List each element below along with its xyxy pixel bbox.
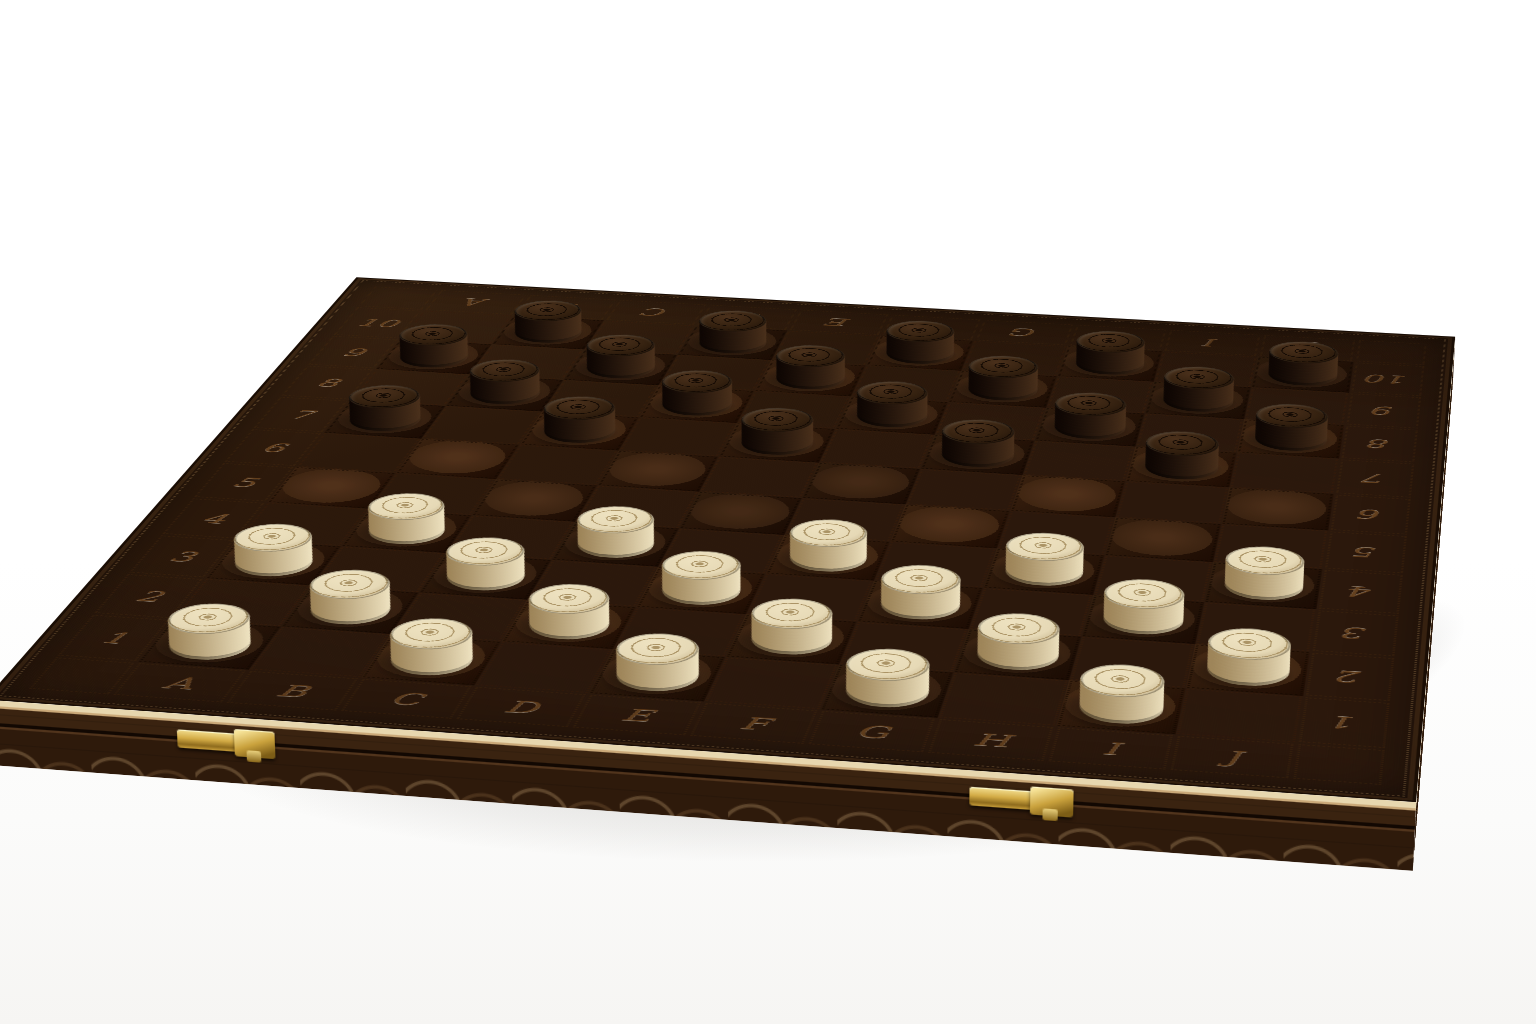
file-label-bottom-d-text: D bbox=[501, 696, 542, 717]
file-label-bottom-a-text: A bbox=[160, 673, 201, 693]
rank-label-right-2: 2 bbox=[1303, 652, 1396, 703]
file-label-top-d-text: D bbox=[732, 311, 763, 324]
rank-label-right-3: 3 bbox=[1310, 609, 1401, 657]
square-i5[interactable] bbox=[1105, 517, 1222, 562]
rank-label-right-7: 7 bbox=[1334, 459, 1417, 499]
square-g6[interactable] bbox=[906, 469, 1023, 511]
rank-label-right-9: 9 bbox=[1344, 393, 1423, 430]
file-label-bottom-h-text: H bbox=[971, 729, 1011, 751]
rank-label-left-3-text: 3 bbox=[165, 548, 200, 565]
square-f6[interactable] bbox=[802, 463, 920, 505]
file-label-top-g-text: G bbox=[1010, 326, 1039, 339]
file-label-top-b-text: B bbox=[551, 301, 581, 313]
square-b1[interactable] bbox=[249, 627, 391, 678]
file-label-bottom-g-text: G bbox=[853, 721, 891, 742]
file-label-bottom-j-text: J bbox=[1223, 746, 1242, 767]
square-d1[interactable] bbox=[474, 642, 613, 694]
rank-label-right-5-text: 5 bbox=[1354, 544, 1378, 561]
file-label-bottom-c-text: C bbox=[386, 688, 427, 708]
square-i6[interactable] bbox=[1115, 481, 1229, 524]
file-label-bottom-b-text: B bbox=[273, 680, 313, 700]
latch-pin bbox=[1043, 808, 1058, 821]
square-h1[interactable] bbox=[938, 672, 1069, 726]
rank-label-left-2-text: 2 bbox=[131, 587, 167, 605]
rank-label-right-3-text: 3 bbox=[1343, 624, 1369, 643]
corner-cell bbox=[1291, 743, 1388, 786]
rank-label-right-8-text: 8 bbox=[1369, 436, 1392, 451]
rank-label-right-6-text: 6 bbox=[1359, 506, 1383, 522]
rank-label-right-10-text: 10 bbox=[1367, 372, 1410, 387]
rank-label-left-5-text: 5 bbox=[228, 474, 261, 490]
file-label-top-j-text: J bbox=[1301, 342, 1315, 355]
rank-label-right-2-text: 2 bbox=[1337, 667, 1363, 687]
file-label-top-f-text: F bbox=[919, 321, 945, 334]
rank-label-left-8-text: 8 bbox=[313, 376, 343, 390]
rank-label-right-4-text: 4 bbox=[1349, 583, 1374, 601]
file-label-bottom-f-text: F bbox=[737, 713, 772, 734]
square-g5[interactable] bbox=[890, 504, 1010, 548]
scene: ABCDEFGHIJ1010998877665544332211ABCDEFGH… bbox=[0, 0, 1536, 1024]
rank-label-right-7-text: 7 bbox=[1364, 471, 1387, 486]
file-label-top-e-text: E bbox=[825, 316, 853, 329]
file-label-top-h-text: H bbox=[1103, 331, 1134, 344]
file-label-top-a-text: A bbox=[461, 296, 491, 308]
file-label-top-c-text: C bbox=[641, 306, 671, 319]
file-label-top-i-text: I bbox=[1205, 336, 1220, 349]
rank-label-right-4: 4 bbox=[1316, 569, 1405, 615]
rank-label-left-10-text: 10 bbox=[353, 316, 401, 329]
latch-pin bbox=[246, 750, 261, 762]
rank-label-right-1-text: 1 bbox=[1331, 712, 1358, 733]
product-photo: ABCDEFGHIJ1010998877665544332211ABCDEFGH… bbox=[0, 0, 1536, 1024]
square-h6[interactable] bbox=[1010, 475, 1126, 517]
rank-label-left-6-text: 6 bbox=[257, 440, 289, 455]
checkers-board: ABCDEFGHIJ1010998877665544332211ABCDEFGH… bbox=[0, 277, 1455, 802]
file-label-bottom-i-text: I bbox=[1101, 738, 1121, 759]
rank-label-left-7-text: 7 bbox=[286, 407, 317, 421]
rank-label-right-5: 5 bbox=[1323, 531, 1410, 575]
rank-label-right-8: 8 bbox=[1339, 425, 1420, 463]
rank-label-left-9-text: 9 bbox=[339, 345, 368, 358]
rank-label-right-10: 10 bbox=[1349, 362, 1426, 397]
rank-label-right-9-text: 9 bbox=[1373, 404, 1395, 418]
